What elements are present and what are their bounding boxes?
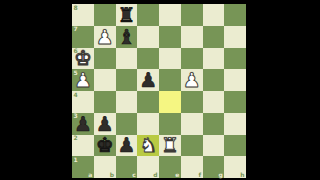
square-f5[interactable]: ♟ bbox=[181, 69, 203, 91]
square-f3[interactable] bbox=[181, 113, 203, 135]
piece-white-pawn[interactable]: ♟ bbox=[96, 26, 114, 46]
square-d5[interactable]: ♟ bbox=[137, 69, 159, 91]
piece-black-pawn[interactable]: ♟ bbox=[96, 113, 114, 133]
file-label-c: c bbox=[132, 172, 136, 178]
piece-black-pawn[interactable]: ♟ bbox=[117, 135, 135, 155]
square-e1[interactable]: e bbox=[159, 156, 181, 178]
square-h4[interactable] bbox=[224, 91, 246, 113]
square-e6[interactable] bbox=[159, 48, 181, 70]
square-c6[interactable] bbox=[116, 48, 138, 70]
square-a7[interactable]: 7 bbox=[72, 26, 94, 48]
piece-black-pawn[interactable]: ♟ bbox=[139, 70, 157, 90]
square-f1[interactable]: f bbox=[181, 156, 203, 178]
rank-label-2: 2 bbox=[74, 135, 78, 141]
square-d1[interactable]: d bbox=[137, 156, 159, 178]
rank-label-4: 4 bbox=[74, 92, 78, 98]
square-g3[interactable] bbox=[203, 113, 225, 135]
piece-black-pawn[interactable]: ♟ bbox=[74, 113, 92, 133]
square-c5[interactable] bbox=[116, 69, 138, 91]
file-label-d: d bbox=[153, 172, 157, 178]
square-g1[interactable]: g bbox=[203, 156, 225, 178]
square-h1[interactable]: h bbox=[224, 156, 246, 178]
square-d2[interactable]: ♞ bbox=[137, 135, 159, 157]
square-h8[interactable] bbox=[224, 4, 246, 26]
square-g7[interactable] bbox=[203, 26, 225, 48]
square-e2[interactable]: ♜ bbox=[159, 135, 181, 157]
square-f4[interactable] bbox=[181, 91, 203, 113]
square-b3[interactable]: ♟ bbox=[94, 113, 116, 135]
square-f7[interactable] bbox=[181, 26, 203, 48]
square-a6[interactable]: 6♚ bbox=[72, 48, 94, 70]
square-a8[interactable]: 8 bbox=[72, 4, 94, 26]
square-f6[interactable] bbox=[181, 48, 203, 70]
square-c3[interactable] bbox=[116, 113, 138, 135]
square-c2[interactable]: ♟ bbox=[116, 135, 138, 157]
square-f2[interactable] bbox=[181, 135, 203, 157]
square-a5[interactable]: 5♟ bbox=[72, 69, 94, 91]
square-d3[interactable] bbox=[137, 113, 159, 135]
square-d8[interactable] bbox=[137, 4, 159, 26]
square-g6[interactable] bbox=[203, 48, 225, 70]
square-d7[interactable] bbox=[137, 26, 159, 48]
square-a2[interactable]: 2 bbox=[72, 135, 94, 157]
square-b5[interactable] bbox=[94, 69, 116, 91]
square-d4[interactable] bbox=[137, 91, 159, 113]
square-h7[interactable] bbox=[224, 26, 246, 48]
square-e3[interactable] bbox=[159, 113, 181, 135]
square-e4[interactable] bbox=[159, 91, 181, 113]
square-h5[interactable] bbox=[224, 69, 246, 91]
rank-label-8: 8 bbox=[74, 5, 78, 11]
square-f8[interactable] bbox=[181, 4, 203, 26]
square-b8[interactable] bbox=[94, 4, 116, 26]
square-b2[interactable]: ♚ bbox=[94, 135, 116, 157]
piece-white-pawn[interactable]: ♟ bbox=[183, 70, 201, 90]
square-h3[interactable] bbox=[224, 113, 246, 135]
file-label-b: b bbox=[110, 172, 114, 178]
square-a1[interactable]: 1a bbox=[72, 156, 94, 178]
square-g2[interactable] bbox=[203, 135, 225, 157]
file-label-a: a bbox=[88, 172, 92, 178]
square-e7[interactable] bbox=[159, 26, 181, 48]
square-e8[interactable] bbox=[159, 4, 181, 26]
square-e5[interactable] bbox=[159, 69, 181, 91]
square-c4[interactable] bbox=[116, 91, 138, 113]
square-c7[interactable]: ♝ bbox=[116, 26, 138, 48]
square-b4[interactable] bbox=[94, 91, 116, 113]
square-b7[interactable]: ♟ bbox=[94, 26, 116, 48]
piece-black-rook[interactable]: ♜ bbox=[117, 4, 135, 24]
square-a4[interactable]: 4 bbox=[72, 91, 94, 113]
square-a3[interactable]: 3♟ bbox=[72, 113, 94, 135]
square-d6[interactable] bbox=[137, 48, 159, 70]
letterboxed-background: 8♜7♟♝6♚5♟♟♟43♟♟2♚♟♞♜1abcdefgh bbox=[0, 0, 320, 180]
square-c8[interactable]: ♜ bbox=[116, 4, 138, 26]
piece-black-bishop[interactable]: ♝ bbox=[117, 26, 135, 46]
square-c1[interactable]: c bbox=[116, 156, 138, 178]
piece-white-king[interactable]: ♚ bbox=[74, 48, 92, 68]
file-label-h: h bbox=[240, 172, 244, 178]
square-g8[interactable] bbox=[203, 4, 225, 26]
piece-white-rook[interactable]: ♜ bbox=[161, 135, 179, 155]
file-label-e: e bbox=[175, 172, 179, 178]
piece-white-pawn[interactable]: ♟ bbox=[74, 70, 92, 90]
square-g4[interactable] bbox=[203, 91, 225, 113]
chess-board[interactable]: 8♜7♟♝6♚5♟♟♟43♟♟2♚♟♞♜1abcdefgh bbox=[72, 4, 246, 178]
piece-white-knight[interactable]: ♞ bbox=[139, 135, 157, 155]
rank-label-7: 7 bbox=[74, 26, 78, 32]
piece-black-king[interactable]: ♚ bbox=[96, 135, 114, 155]
square-b1[interactable]: b bbox=[94, 156, 116, 178]
rank-label-1: 1 bbox=[74, 157, 78, 163]
square-h2[interactable] bbox=[224, 135, 246, 157]
square-b6[interactable] bbox=[94, 48, 116, 70]
file-label-f: f bbox=[198, 172, 201, 178]
square-h6[interactable] bbox=[224, 48, 246, 70]
file-label-g: g bbox=[218, 172, 222, 178]
square-g5[interactable] bbox=[203, 69, 225, 91]
